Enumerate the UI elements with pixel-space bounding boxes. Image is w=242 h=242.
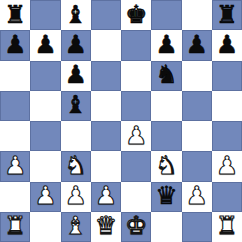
square-h8[interactable]: ♜ [212, 0, 242, 30]
piece-white-pawn[interactable]: ♟ [64, 183, 86, 208]
square-a8[interactable]: ♜ [0, 0, 30, 30]
piece-white-bishop[interactable]: ♝ [64, 213, 86, 238]
square-g8[interactable] [182, 0, 212, 30]
piece-white-rook[interactable]: ♜ [216, 213, 238, 238]
piece-white-pawn[interactable]: ♟ [185, 183, 207, 208]
square-f6[interactable]: ♞ [151, 61, 181, 91]
square-f5[interactable] [151, 91, 181, 121]
square-a3[interactable]: ♟ [0, 151, 30, 181]
square-e5[interactable] [121, 91, 151, 121]
square-a1[interactable]: ♜ [0, 212, 30, 242]
square-f4[interactable] [151, 121, 181, 151]
square-d3[interactable] [91, 151, 121, 181]
square-h1[interactable]: ♜ [212, 212, 242, 242]
piece-black-pawn[interactable]: ♟ [4, 32, 26, 57]
square-d8[interactable] [91, 0, 121, 30]
piece-black-pawn[interactable]: ♟ [155, 32, 177, 57]
square-a5[interactable] [0, 91, 30, 121]
square-c1[interactable]: ♝ [61, 212, 91, 242]
piece-black-pawn[interactable]: ♟ [64, 32, 86, 57]
piece-white-queen[interactable]: ♛ [95, 213, 117, 238]
square-h4[interactable] [212, 121, 242, 151]
square-b1[interactable] [30, 212, 60, 242]
piece-white-king[interactable]: ♚ [125, 213, 147, 238]
square-d4[interactable] [91, 121, 121, 151]
square-g1[interactable] [182, 212, 212, 242]
square-d7[interactable] [91, 30, 121, 60]
square-e2[interactable] [121, 182, 151, 212]
square-d1[interactable]: ♛ [91, 212, 121, 242]
piece-black-pawn[interactable]: ♟ [216, 32, 238, 57]
square-e8[interactable]: ♚ [121, 0, 151, 30]
square-a7[interactable]: ♟ [0, 30, 30, 60]
piece-black-pawn[interactable]: ♟ [64, 62, 86, 87]
square-f3[interactable]: ♞ [151, 151, 181, 181]
square-f2[interactable]: ♛ [151, 182, 181, 212]
piece-black-bishop[interactable]: ♝ [64, 2, 86, 27]
square-h5[interactable] [212, 91, 242, 121]
piece-black-bishop[interactable]: ♝ [64, 92, 86, 117]
square-c4[interactable] [61, 121, 91, 151]
square-b2[interactable]: ♟ [30, 182, 60, 212]
piece-white-pawn[interactable]: ♟ [216, 153, 238, 178]
square-h3[interactable]: ♟ [212, 151, 242, 181]
square-f8[interactable] [151, 0, 181, 30]
square-a4[interactable] [0, 121, 30, 151]
piece-black-king[interactable]: ♚ [125, 2, 147, 27]
square-g4[interactable] [182, 121, 212, 151]
square-c5[interactable]: ♝ [61, 91, 91, 121]
square-f1[interactable] [151, 212, 181, 242]
square-d5[interactable] [91, 91, 121, 121]
piece-white-rook[interactable]: ♜ [4, 213, 26, 238]
square-e3[interactable] [121, 151, 151, 181]
square-c7[interactable]: ♟ [61, 30, 91, 60]
square-b7[interactable]: ♟ [30, 30, 60, 60]
square-d6[interactable] [91, 61, 121, 91]
piece-white-knight[interactable]: ♞ [155, 153, 177, 178]
square-e6[interactable] [121, 61, 151, 91]
square-g5[interactable] [182, 91, 212, 121]
square-g3[interactable] [182, 151, 212, 181]
piece-white-knight[interactable]: ♞ [64, 153, 86, 178]
square-h2[interactable] [212, 182, 242, 212]
square-c6[interactable]: ♟ [61, 61, 91, 91]
piece-white-pawn[interactable]: ♟ [34, 183, 56, 208]
square-a6[interactable] [0, 61, 30, 91]
square-g2[interactable]: ♟ [182, 182, 212, 212]
square-b4[interactable] [30, 121, 60, 151]
piece-black-pawn[interactable]: ♟ [185, 32, 207, 57]
square-b3[interactable] [30, 151, 60, 181]
piece-black-rook[interactable]: ♜ [216, 2, 238, 27]
square-b6[interactable] [30, 61, 60, 91]
piece-black-knight[interactable]: ♞ [155, 62, 177, 87]
piece-black-rook[interactable]: ♜ [4, 2, 26, 27]
square-b5[interactable] [30, 91, 60, 121]
piece-white-pawn[interactable]: ♟ [4, 153, 26, 178]
square-h7[interactable]: ♟ [212, 30, 242, 60]
square-c2[interactable]: ♟ [61, 182, 91, 212]
piece-black-pawn[interactable]: ♟ [34, 32, 56, 57]
square-b8[interactable] [30, 0, 60, 30]
piece-black-queen[interactable]: ♛ [155, 183, 177, 208]
square-g6[interactable] [182, 61, 212, 91]
square-e1[interactable]: ♚ [121, 212, 151, 242]
square-g7[interactable]: ♟ [182, 30, 212, 60]
piece-white-pawn[interactable]: ♟ [95, 183, 117, 208]
square-a2[interactable] [0, 182, 30, 212]
square-h6[interactable] [212, 61, 242, 91]
square-e4[interactable]: ♟ [121, 121, 151, 151]
square-d2[interactable]: ♟ [91, 182, 121, 212]
square-c8[interactable]: ♝ [61, 0, 91, 30]
square-c3[interactable]: ♞ [61, 151, 91, 181]
square-f7[interactable]: ♟ [151, 30, 181, 60]
chess-board: ♜♝♚♜♟♟♟♟♟♟♟♞♝♟♟♞♞♟♟♟♟♛♟♜♝♛♚♜ [0, 0, 242, 242]
square-e7[interactable] [121, 30, 151, 60]
piece-white-pawn[interactable]: ♟ [125, 123, 147, 148]
